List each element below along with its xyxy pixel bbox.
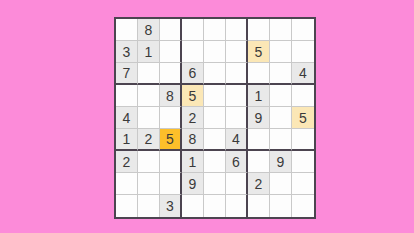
cell-r3c4[interactable]: 6 xyxy=(182,63,204,85)
cell-r2c6[interactable] xyxy=(226,41,248,63)
cell-r2c5[interactable] xyxy=(204,41,226,63)
cell-r4c8[interactable] xyxy=(270,85,292,107)
cell-r1c7[interactable] xyxy=(248,19,270,41)
cell-r1c9[interactable] xyxy=(292,19,314,41)
cell-r9c5[interactable] xyxy=(204,195,226,217)
cell-r7c7[interactable] xyxy=(248,151,270,173)
cell-r8c2[interactable] xyxy=(138,173,160,195)
cell-r3c1[interactable]: 7 xyxy=(116,63,138,85)
cell-r5c5[interactable] xyxy=(204,107,226,129)
cell-r4c4[interactable]: 5 xyxy=(182,85,204,107)
cell-r3c3[interactable] xyxy=(160,63,182,85)
cell-r3c7[interactable] xyxy=(248,63,270,85)
cell-r4c3[interactable]: 8 xyxy=(160,85,182,107)
cell-r7c4[interactable]: 1 xyxy=(182,151,204,173)
cell-r7c2[interactable] xyxy=(138,151,160,173)
cell-r1c6[interactable] xyxy=(226,19,248,41)
cell-r9c3[interactable]: 3 xyxy=(160,195,182,217)
cell-r9c2[interactable] xyxy=(138,195,160,217)
cell-r5c9[interactable]: 5 xyxy=(292,107,314,129)
cell-r5c6[interactable] xyxy=(226,107,248,129)
cell-r7c3[interactable] xyxy=(160,151,182,173)
cell-r1c1[interactable] xyxy=(116,19,138,41)
cell-r6c6[interactable]: 4 xyxy=(226,129,248,151)
cell-r3c2[interactable] xyxy=(138,63,160,85)
cell-r6c4[interactable]: 8 xyxy=(182,129,204,151)
cell-r6c8[interactable] xyxy=(270,129,292,151)
cell-r8c9[interactable] xyxy=(292,173,314,195)
cell-r2c7[interactable]: 5 xyxy=(248,41,270,63)
cell-r6c2[interactable]: 2 xyxy=(138,129,160,151)
cell-r8c6[interactable] xyxy=(226,173,248,195)
cell-r8c4[interactable]: 9 xyxy=(182,173,204,195)
cell-r3c9[interactable]: 4 xyxy=(292,63,314,85)
cell-r8c3[interactable] xyxy=(160,173,182,195)
cell-r2c8[interactable] xyxy=(270,41,292,63)
cell-r2c4[interactable] xyxy=(182,41,204,63)
cell-r4c5[interactable] xyxy=(204,85,226,107)
cell-r3c8[interactable] xyxy=(270,63,292,85)
cell-r3c6[interactable] xyxy=(226,63,248,85)
cell-r7c6[interactable]: 6 xyxy=(226,151,248,173)
cell-r6c1[interactable]: 1 xyxy=(116,129,138,151)
cell-r5c8[interactable] xyxy=(270,107,292,129)
cell-r5c1[interactable]: 4 xyxy=(116,107,138,129)
cell-r7c9[interactable] xyxy=(292,151,314,173)
cell-r9c9[interactable] xyxy=(292,195,314,217)
cell-r4c2[interactable] xyxy=(138,85,160,107)
cell-r6c5[interactable] xyxy=(204,129,226,151)
cell-r1c4[interactable] xyxy=(182,19,204,41)
cell-r2c2[interactable]: 1 xyxy=(138,41,160,63)
cell-r9c1[interactable] xyxy=(116,195,138,217)
cell-r9c7[interactable] xyxy=(248,195,270,217)
cell-r2c9[interactable] xyxy=(292,41,314,63)
sudoku-board: 83157648514295125842169923 xyxy=(114,17,316,219)
cell-r4c1[interactable] xyxy=(116,85,138,107)
cell-r1c5[interactable] xyxy=(204,19,226,41)
cell-r7c1[interactable]: 2 xyxy=(116,151,138,173)
cell-r4c9[interactable] xyxy=(292,85,314,107)
cell-r5c4[interactable]: 2 xyxy=(182,107,204,129)
cell-r4c6[interactable] xyxy=(226,85,248,107)
cell-r9c4[interactable] xyxy=(182,195,204,217)
cell-r5c3[interactable] xyxy=(160,107,182,129)
cell-r8c8[interactable] xyxy=(270,173,292,195)
cell-r1c8[interactable] xyxy=(270,19,292,41)
cell-r2c1[interactable]: 3 xyxy=(116,41,138,63)
cell-r1c2[interactable]: 8 xyxy=(138,19,160,41)
cell-r4c7[interactable]: 1 xyxy=(248,85,270,107)
cell-r7c5[interactable] xyxy=(204,151,226,173)
cell-r8c1[interactable] xyxy=(116,173,138,195)
cell-r6c3[interactable]: 5 xyxy=(160,129,182,151)
cell-r9c8[interactable] xyxy=(270,195,292,217)
cell-r7c8[interactable]: 9 xyxy=(270,151,292,173)
cell-r8c5[interactable] xyxy=(204,173,226,195)
cell-r3c5[interactable] xyxy=(204,63,226,85)
cell-r9c6[interactable] xyxy=(226,195,248,217)
cell-r8c7[interactable]: 2 xyxy=(248,173,270,195)
cell-r5c2[interactable] xyxy=(138,107,160,129)
cell-r5c7[interactable]: 9 xyxy=(248,107,270,129)
cell-r6c7[interactable] xyxy=(248,129,270,151)
cell-r2c3[interactable] xyxy=(160,41,182,63)
cell-r6c9[interactable] xyxy=(292,129,314,151)
cell-r1c3[interactable] xyxy=(160,19,182,41)
